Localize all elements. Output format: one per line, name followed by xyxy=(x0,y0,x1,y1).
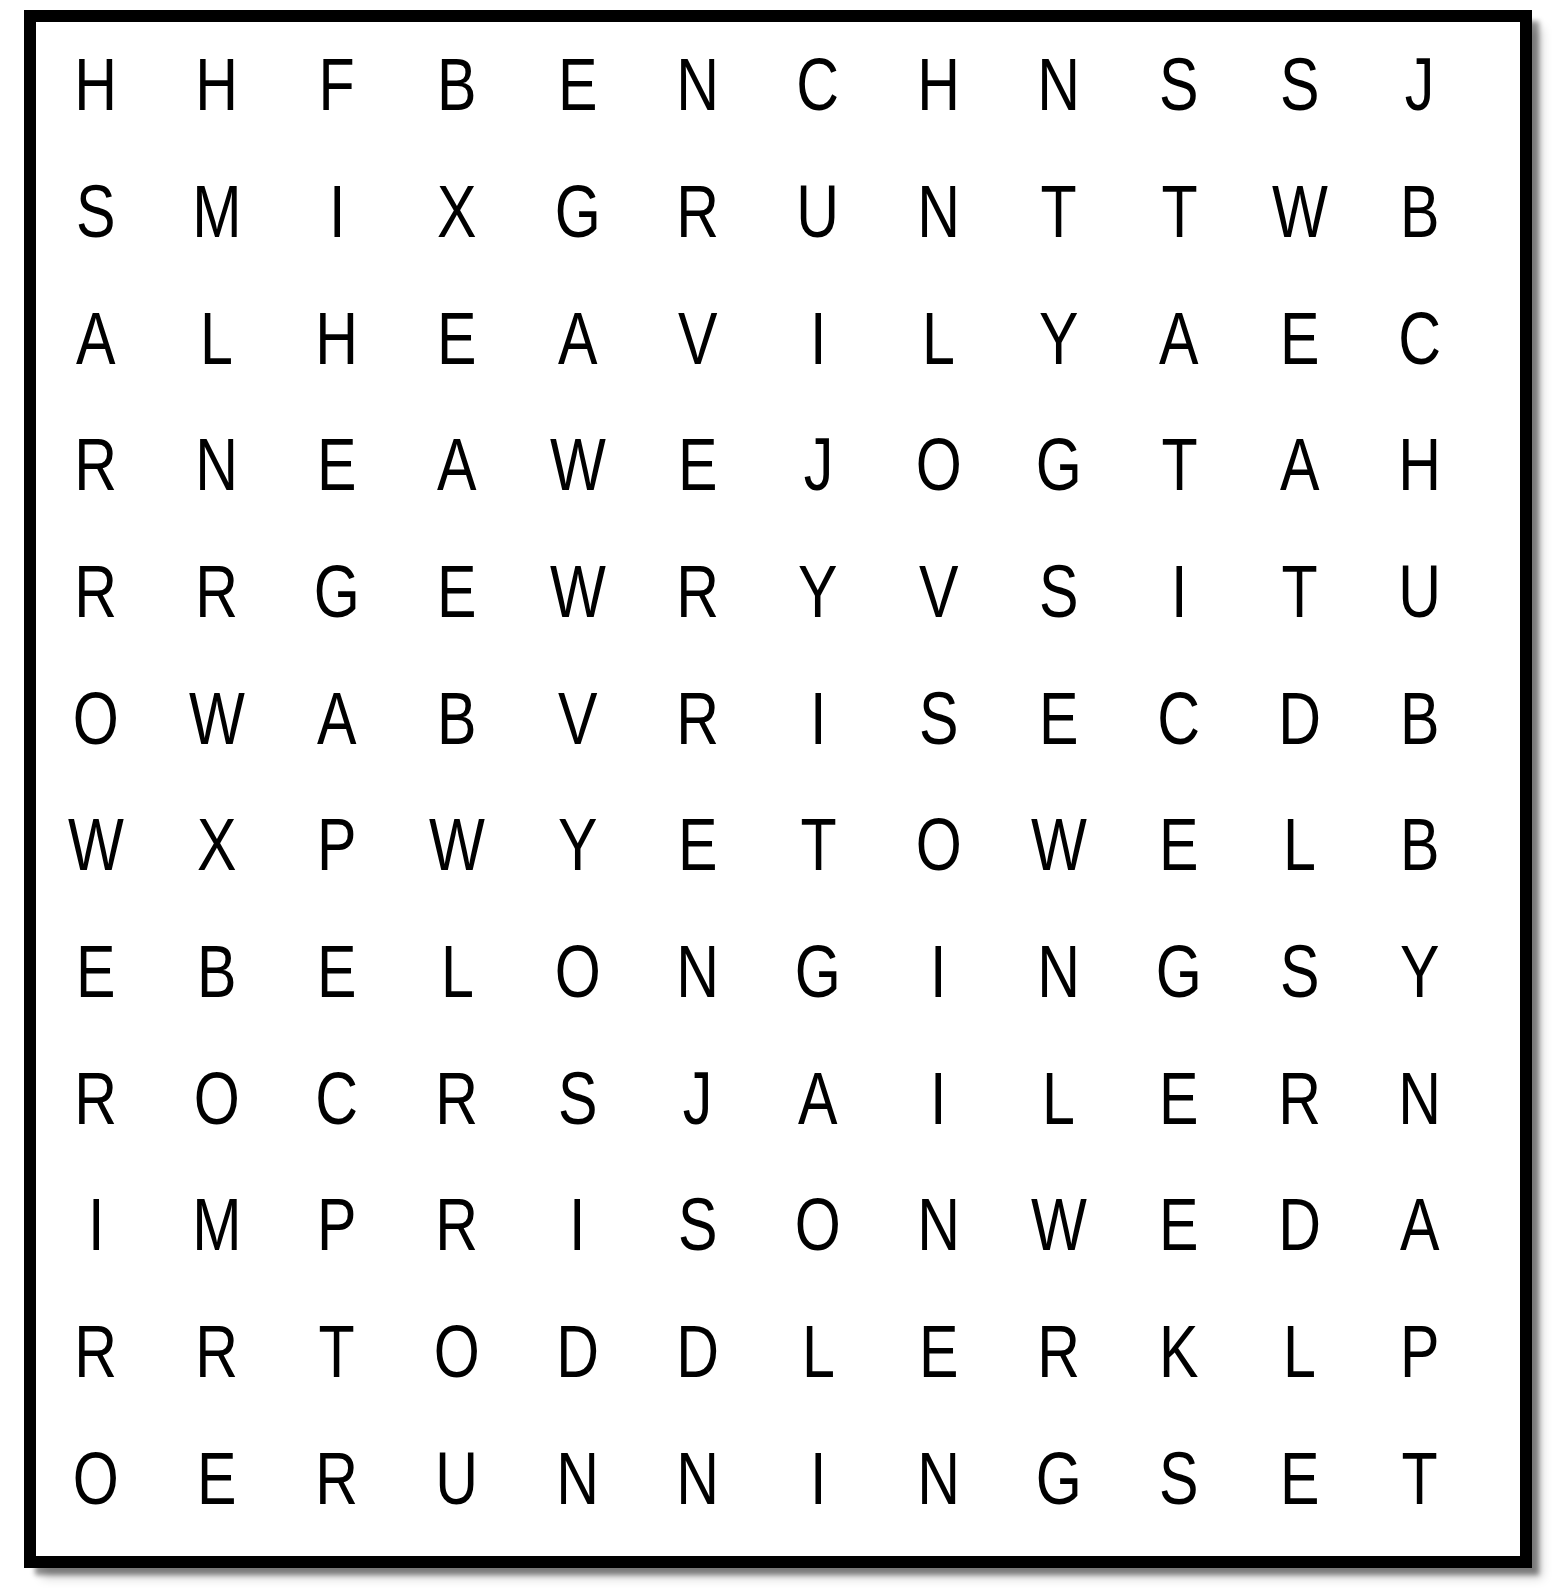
grid-cell[interactable]: E xyxy=(638,782,758,909)
letter: E xyxy=(678,808,717,882)
letter: B xyxy=(437,48,476,122)
letter: U xyxy=(436,1442,479,1516)
grid-cell[interactable]: N xyxy=(999,909,1119,1036)
grid-cell[interactable]: T xyxy=(758,782,878,909)
grid-cell[interactable]: T xyxy=(1119,402,1239,529)
letter: O xyxy=(915,428,961,502)
grid-cell[interactable]: E xyxy=(1119,1162,1239,1289)
letter: N xyxy=(1037,48,1080,122)
letter: E xyxy=(919,1315,958,1389)
grid-cell[interactable]: W xyxy=(1239,149,1359,276)
grid-cell[interactable]: I xyxy=(758,655,878,782)
grid-cell[interactable]: N xyxy=(878,149,998,276)
grid-cell[interactable]: Y xyxy=(517,782,637,909)
grid-cell[interactable]: P xyxy=(1360,1289,1480,1416)
grid-cell[interactable]: G xyxy=(1119,909,1239,1036)
grid-cell[interactable]: E xyxy=(277,909,397,1036)
grid-cell[interactable]: H xyxy=(36,22,156,149)
letter: W xyxy=(429,808,485,882)
letter: E xyxy=(1280,302,1319,376)
letter: K xyxy=(1159,1315,1198,1389)
grid-cell[interactable]: J xyxy=(638,1035,758,1162)
letter: S xyxy=(1159,48,1198,122)
grid-cell[interactable]: D xyxy=(1239,655,1359,782)
grid-cell[interactable]: B xyxy=(397,22,517,149)
grid-cell[interactable]: R xyxy=(36,529,156,656)
letter: C xyxy=(315,1062,358,1136)
letter: M xyxy=(192,1188,241,1262)
grid-cell[interactable]: J xyxy=(1360,22,1480,149)
grid-cell[interactable]: S xyxy=(878,655,998,782)
grid-cell[interactable]: L xyxy=(758,1289,878,1416)
grid-cell[interactable]: V xyxy=(878,529,998,656)
letter: U xyxy=(797,175,840,249)
letter: I xyxy=(810,1442,826,1516)
letter: R xyxy=(75,428,118,502)
letter: S xyxy=(1159,1442,1198,1516)
grid-cell[interactable]: L xyxy=(1239,782,1359,909)
letter: S xyxy=(1280,48,1319,122)
letter: V xyxy=(678,302,717,376)
letter: A xyxy=(798,1062,837,1136)
letter: H xyxy=(1398,428,1441,502)
grid-cell[interactable]: V xyxy=(517,655,637,782)
letter: I xyxy=(810,682,826,756)
grid-cell[interactable]: K xyxy=(1119,1289,1239,1416)
grid-cell[interactable]: H xyxy=(1360,402,1480,529)
grid-cell[interactable]: G xyxy=(277,529,397,656)
letter: D xyxy=(556,1315,599,1389)
letter: A xyxy=(76,302,115,376)
letter: W xyxy=(68,808,124,882)
grid-cell[interactable]: N xyxy=(517,1415,637,1542)
letter: H xyxy=(75,48,118,122)
letter: H xyxy=(315,302,358,376)
letter: S xyxy=(558,1062,597,1136)
grid-cell[interactable]: E xyxy=(1119,1035,1239,1162)
letter: O xyxy=(73,1442,119,1516)
grid-cell[interactable]: C xyxy=(758,22,878,149)
letter: N xyxy=(917,1188,960,1262)
letter: E xyxy=(317,935,356,1009)
letter: C xyxy=(1158,682,1201,756)
letter: I xyxy=(569,1188,585,1262)
letter: G xyxy=(795,935,841,1009)
grid-cell[interactable]: S xyxy=(1239,909,1359,1036)
grid-cell[interactable]: R xyxy=(277,1415,397,1542)
letter: G xyxy=(554,175,600,249)
grid-cell[interactable]: L xyxy=(1239,1289,1359,1416)
grid-cell[interactable]: B xyxy=(1360,655,1480,782)
letter: B xyxy=(1400,175,1439,249)
grid-cell[interactable]: B xyxy=(1360,782,1480,909)
grid-cell[interactable]: A xyxy=(1239,402,1359,529)
grid-cell[interactable]: N xyxy=(156,402,276,529)
grid-cell[interactable]: W xyxy=(36,782,156,909)
letter: L xyxy=(802,1315,835,1389)
letter: D xyxy=(676,1315,719,1389)
letter: X xyxy=(437,175,476,249)
grid-cell[interactable]: T xyxy=(1119,149,1239,276)
grid-cell[interactable]: B xyxy=(1360,149,1480,276)
letter: S xyxy=(1280,935,1319,1009)
grid-cell[interactable]: R xyxy=(1239,1035,1359,1162)
letter: O xyxy=(73,682,119,756)
grid-cell[interactable]: Y xyxy=(999,275,1119,402)
grid-cell[interactable]: O xyxy=(36,655,156,782)
letter: E xyxy=(1039,682,1078,756)
letter: V xyxy=(558,682,597,756)
letter: E xyxy=(1159,1188,1198,1262)
letter: R xyxy=(676,682,719,756)
letter: Y xyxy=(798,555,837,629)
grid-cell[interactable]: U xyxy=(758,149,878,276)
grid-cell[interactable]: J xyxy=(758,402,878,529)
grid-cell[interactable]: O xyxy=(397,1289,517,1416)
grid-cell[interactable]: N xyxy=(638,909,758,1036)
letter: E xyxy=(76,935,115,1009)
grid-cell[interactable]: R xyxy=(36,402,156,529)
letter: R xyxy=(436,1062,479,1136)
grid-cell[interactable]: E xyxy=(638,402,758,529)
grid-cell[interactable]: M xyxy=(156,1162,276,1289)
grid-cell[interactable]: C xyxy=(277,1035,397,1162)
grid-cell[interactable]: I xyxy=(277,149,397,276)
letter: A xyxy=(437,428,476,502)
letter: B xyxy=(197,935,236,1009)
letter: S xyxy=(919,682,958,756)
letter: I xyxy=(930,935,946,1009)
letter: T xyxy=(319,1315,355,1389)
grid-cell[interactable]: A xyxy=(36,275,156,402)
grid-cell[interactable]: E xyxy=(1119,782,1239,909)
letter: O xyxy=(795,1188,841,1262)
letter: E xyxy=(1159,808,1198,882)
letter: P xyxy=(1400,1315,1439,1389)
letter: L xyxy=(200,302,233,376)
letter: N xyxy=(1398,1062,1441,1136)
grid-cell[interactable]: N xyxy=(638,1415,758,1542)
grid-cell[interactable]: R xyxy=(397,1035,517,1162)
letter: E xyxy=(437,302,476,376)
letter: W xyxy=(1272,175,1328,249)
grid-cell[interactable]: T xyxy=(1239,529,1359,656)
letter: O xyxy=(434,1315,480,1389)
grid-cell[interactable]: W xyxy=(397,782,517,909)
grid-cell[interactable]: E xyxy=(397,529,517,656)
letter: L xyxy=(1283,1315,1316,1389)
letter: J xyxy=(803,428,833,502)
letter: X xyxy=(197,808,236,882)
grid-cell[interactable]: B xyxy=(156,909,276,1036)
letter: R xyxy=(676,175,719,249)
grid-cell[interactable]: H xyxy=(878,22,998,149)
grid-cell[interactable]: I xyxy=(36,1162,156,1289)
letter: N xyxy=(676,935,719,1009)
grid-cell[interactable]: E xyxy=(999,655,1119,782)
grid-cell[interactable]: N xyxy=(1360,1035,1480,1162)
grid-cell[interactable]: L xyxy=(397,909,517,1036)
grid-cell[interactable]: E xyxy=(156,1415,276,1542)
letter: N xyxy=(676,1442,719,1516)
grid-cell[interactable]: W xyxy=(999,1162,1119,1289)
letter: C xyxy=(1398,302,1441,376)
grid-cell[interactable]: W xyxy=(156,655,276,782)
letter: T xyxy=(1161,428,1197,502)
letter: I xyxy=(1171,555,1187,629)
grid-cell[interactable]: R xyxy=(999,1289,1119,1416)
grid-cell[interactable]: E xyxy=(1239,275,1359,402)
grid-cell[interactable]: R xyxy=(156,529,276,656)
letter: G xyxy=(1036,1442,1082,1516)
grid-cell[interactable]: B xyxy=(397,655,517,782)
grid-cell[interactable]: E xyxy=(1239,1415,1359,1542)
grid-cell[interactable]: W xyxy=(999,782,1119,909)
grid-cell[interactable]: O xyxy=(517,909,637,1036)
grid-cell[interactable]: G xyxy=(999,402,1119,529)
letter: P xyxy=(317,1188,356,1262)
letter: R xyxy=(315,1442,358,1516)
grid-cell[interactable]: D xyxy=(638,1289,758,1416)
grid-cell[interactable]: O xyxy=(156,1035,276,1162)
grid-cell[interactable]: M xyxy=(156,149,276,276)
grid-cell[interactable]: R xyxy=(638,655,758,782)
letter: E xyxy=(317,428,356,502)
letter: W xyxy=(1031,1188,1087,1262)
letter: R xyxy=(1037,1315,1080,1389)
letter: A xyxy=(1159,302,1198,376)
letter: S xyxy=(76,175,115,249)
grid-cell[interactable]: S xyxy=(1119,22,1239,149)
grid-cell[interactable]: T xyxy=(1360,1415,1480,1542)
letter: T xyxy=(1161,175,1197,249)
word-search-page: HHFBENCHNSSJSMIXGRUNTTWBALHEAVILYAECRNEA… xyxy=(0,0,1552,1590)
grid-cell[interactable]: O xyxy=(758,1162,878,1289)
letter: I xyxy=(88,1188,104,1262)
grid-cell[interactable]: L xyxy=(878,275,998,402)
word-search-grid: HHFBENCHNSSJSMIXGRUNTTWBALHEAVILYAECRNEA… xyxy=(36,22,1520,1556)
letter: R xyxy=(436,1188,479,1262)
grid-cell[interactable]: I xyxy=(1119,529,1239,656)
grid-cell[interactable]: G xyxy=(999,1415,1119,1542)
letter: H xyxy=(917,48,960,122)
letter: N xyxy=(1037,935,1080,1009)
letter: O xyxy=(915,808,961,882)
letter: C xyxy=(797,48,840,122)
grid-cell[interactable]: I xyxy=(517,1162,637,1289)
letter: R xyxy=(195,555,238,629)
letter: H xyxy=(195,48,238,122)
letter: Y xyxy=(1039,302,1078,376)
grid-cell[interactable]: P xyxy=(277,1162,397,1289)
grid-cell[interactable]: A xyxy=(1360,1162,1480,1289)
grid-cell[interactable]: R xyxy=(156,1289,276,1416)
grid-cell[interactable]: Y xyxy=(758,529,878,656)
letter: I xyxy=(810,302,826,376)
letter: E xyxy=(1280,1442,1319,1516)
letter: O xyxy=(193,1062,239,1136)
letter: E xyxy=(558,48,597,122)
letter: T xyxy=(1041,175,1077,249)
grid-cell[interactable]: R xyxy=(36,1289,156,1416)
letter: N xyxy=(917,1442,960,1516)
grid-cell[interactable]: C xyxy=(1119,655,1239,782)
grid-cell[interactable]: A xyxy=(277,655,397,782)
letter: D xyxy=(1278,1188,1321,1262)
grid-cell[interactable]: G xyxy=(517,149,637,276)
grid-cell[interactable]: O xyxy=(878,402,998,529)
grid-cell[interactable]: W xyxy=(517,402,637,529)
letter: I xyxy=(329,175,345,249)
grid-cell[interactable]: S xyxy=(638,1162,758,1289)
letter: S xyxy=(678,1188,717,1262)
letter: T xyxy=(800,808,836,882)
letter: R xyxy=(75,1315,118,1389)
letter: P xyxy=(317,808,356,882)
letter: E xyxy=(1159,1062,1198,1136)
letter: R xyxy=(75,555,118,629)
grid-cell[interactable]: A xyxy=(517,275,637,402)
letter: U xyxy=(1398,555,1441,629)
grid-cell[interactable]: L xyxy=(156,275,276,402)
letter: S xyxy=(1039,555,1078,629)
grid-cell[interactable]: S xyxy=(1239,22,1359,149)
grid-cell[interactable]: D xyxy=(1239,1162,1359,1289)
letter: V xyxy=(919,555,958,629)
letter: Y xyxy=(558,808,597,882)
letter: A xyxy=(1280,428,1319,502)
letter: G xyxy=(1036,428,1082,502)
grid-cell[interactable]: E xyxy=(878,1289,998,1416)
grid-cell[interactable]: O xyxy=(878,782,998,909)
grid-cell[interactable]: N xyxy=(878,1415,998,1542)
grid-cell[interactable]: A xyxy=(1119,275,1239,402)
grid-cell[interactable]: T xyxy=(277,1289,397,1416)
letter: R xyxy=(195,1315,238,1389)
grid-cell[interactable]: P xyxy=(277,782,397,909)
grid-cell[interactable]: A xyxy=(397,402,517,529)
grid-cell[interactable]: E xyxy=(277,402,397,529)
grid-cell[interactable]: A xyxy=(758,1035,878,1162)
grid-cell[interactable]: E xyxy=(517,22,637,149)
letter: B xyxy=(1400,682,1439,756)
letter: E xyxy=(678,428,717,502)
grid-cell[interactable]: N xyxy=(999,22,1119,149)
letter: R xyxy=(676,555,719,629)
grid-cell[interactable]: R xyxy=(36,1035,156,1162)
letter: L xyxy=(1283,808,1316,882)
letter: R xyxy=(1278,1062,1321,1136)
letter: J xyxy=(683,1062,713,1136)
letter: A xyxy=(317,682,356,756)
grid-cell[interactable]: U xyxy=(397,1415,517,1542)
grid-cell[interactable]: I xyxy=(758,1415,878,1542)
grid-cell[interactable]: X xyxy=(156,782,276,909)
grid-cell[interactable]: E xyxy=(397,275,517,402)
grid-cell[interactable]: N xyxy=(638,22,758,149)
letter: N xyxy=(556,1442,599,1516)
letter: G xyxy=(1156,935,1202,1009)
puzzle-frame: HHFBENCHNSSJSMIXGRUNTTWBALHEAVILYAECRNEA… xyxy=(24,10,1532,1568)
letter: Y xyxy=(1400,935,1439,1009)
grid-cell[interactable]: E xyxy=(36,909,156,1036)
grid-cell[interactable]: H xyxy=(156,22,276,149)
grid-cell[interactable]: R xyxy=(638,149,758,276)
grid-cell[interactable]: N xyxy=(878,1162,998,1289)
grid-cell[interactable]: F xyxy=(277,22,397,149)
letter: A xyxy=(1400,1188,1439,1262)
letter: W xyxy=(550,555,606,629)
grid-cell[interactable]: L xyxy=(999,1035,1119,1162)
grid-cell[interactable]: G xyxy=(758,909,878,1036)
grid-cell[interactable]: D xyxy=(517,1289,637,1416)
grid-cell[interactable]: R xyxy=(397,1162,517,1289)
letter: T xyxy=(1402,1442,1438,1516)
grid-cell[interactable]: X xyxy=(397,149,517,276)
grid-cell[interactable]: Y xyxy=(1360,909,1480,1036)
letter: G xyxy=(314,555,360,629)
grid-cell[interactable]: W xyxy=(517,529,637,656)
grid-cell[interactable]: I xyxy=(878,909,998,1036)
letter: B xyxy=(1400,808,1439,882)
grid-cell[interactable]: U xyxy=(1360,529,1480,656)
letter: L xyxy=(1042,1062,1075,1136)
letter: O xyxy=(554,935,600,1009)
grid-cell[interactable]: S xyxy=(1119,1415,1239,1542)
letter: N xyxy=(917,175,960,249)
grid-cell[interactable]: I xyxy=(758,275,878,402)
letter: J xyxy=(1405,48,1435,122)
grid-cell[interactable]: O xyxy=(36,1415,156,1542)
letter: N xyxy=(195,428,238,502)
letter: B xyxy=(437,682,476,756)
letter: N xyxy=(676,48,719,122)
grid-cell[interactable]: I xyxy=(878,1035,998,1162)
letter: L xyxy=(922,302,955,376)
letter: I xyxy=(930,1062,946,1136)
letter: T xyxy=(1281,555,1317,629)
grid-cell[interactable]: C xyxy=(1360,275,1480,402)
grid-cell[interactable]: S xyxy=(36,149,156,276)
letter: W xyxy=(189,682,245,756)
letter: W xyxy=(1031,808,1087,882)
grid-cell[interactable]: S xyxy=(517,1035,637,1162)
letter: E xyxy=(437,555,476,629)
grid-cell[interactable]: H xyxy=(277,275,397,402)
letter: R xyxy=(75,1062,118,1136)
grid-cell[interactable]: T xyxy=(999,149,1119,276)
letter: A xyxy=(558,302,597,376)
grid-cell[interactable]: S xyxy=(999,529,1119,656)
letter: D xyxy=(1278,682,1321,756)
letter: L xyxy=(441,935,474,1009)
letter: M xyxy=(192,175,241,249)
letter: E xyxy=(197,1442,236,1516)
letter: F xyxy=(319,48,355,122)
letter: W xyxy=(550,428,606,502)
grid-cell[interactable]: V xyxy=(638,275,758,402)
grid-cell[interactable]: R xyxy=(638,529,758,656)
